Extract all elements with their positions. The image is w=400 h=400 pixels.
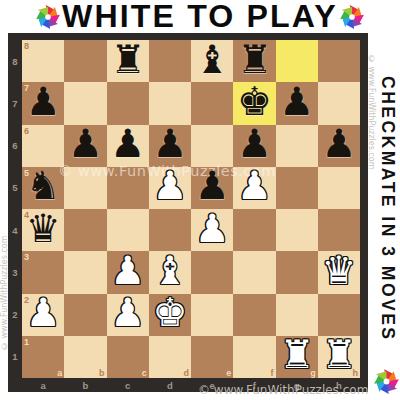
square-c6[interactable]: ♟ [107, 125, 149, 167]
square-f8[interactable]: ♜ [233, 40, 275, 82]
puzzle-pinwheel-icon [373, 368, 400, 395]
piece-black-king: ♚ [237, 81, 272, 123]
frame-file-label-a: a [22, 378, 64, 392]
piece-white-bishop: ♝ [152, 250, 187, 292]
frame-rank-label-1: 1 [8, 336, 22, 378]
piece-black-bishop: ♝ [195, 39, 230, 81]
square-h5[interactable] [318, 167, 360, 209]
square-f3[interactable] [233, 251, 275, 293]
piece-white-pawn: ♟ [110, 250, 145, 292]
square-a8[interactable]: 8 [22, 40, 64, 82]
frame-file-label-c: c [107, 378, 149, 392]
square-g8[interactable] [276, 40, 318, 82]
square-b5[interactable] [64, 167, 106, 209]
square-f2[interactable] [233, 294, 275, 336]
square-file-label: c [142, 368, 147, 378]
square-f6[interactable]: ♟ [233, 125, 275, 167]
square-h7[interactable] [318, 82, 360, 124]
page: WHITE TO PLAY 8♜♝♜7♟♚♟6♟♟♟♟♟5♞♟♟♟4♛♟3♟♝♛… [0, 0, 400, 400]
frame-file-label-f: f [233, 378, 275, 392]
frame-file-label-e: e [191, 378, 233, 392]
square-f4[interactable] [233, 209, 275, 251]
piece-white-pawn: ♟ [26, 292, 61, 334]
square-b8[interactable] [64, 40, 106, 82]
chess-board: 8♜♝♜7♟♚♟6♟♟♟♟♟5♞♟♟♟4♛♟3♟♝♛2♟♟♚1abcdefg♜h… [22, 40, 360, 378]
piece-white-rook: ♜ [321, 334, 356, 376]
square-d3[interactable]: ♝ [149, 251, 191, 293]
square-h3[interactable]: ♛ [318, 251, 360, 293]
square-e1[interactable]: e [191, 336, 233, 378]
frame-rank-label-7: 7 [8, 82, 22, 124]
frame-rank-label-2: 2 [8, 294, 22, 336]
square-a4[interactable]: 4♛ [22, 209, 64, 251]
square-h8[interactable] [318, 40, 360, 82]
piece-white-rook: ♜ [279, 334, 314, 376]
side-caption: CHECKMATE IN 3 MOVES [375, 40, 400, 378]
square-b2[interactable] [64, 294, 106, 336]
square-file-label: e [226, 368, 231, 378]
piece-black-pawn: ♟ [279, 81, 314, 123]
piece-white-pawn: ♟ [237, 165, 272, 207]
square-f5[interactable]: ♟ [233, 167, 275, 209]
square-h2[interactable] [318, 294, 360, 336]
square-file-label: d [184, 368, 190, 378]
square-g3[interactable] [276, 251, 318, 293]
square-e6[interactable] [191, 125, 233, 167]
square-h6[interactable]: ♟ [318, 125, 360, 167]
square-a2[interactable]: 2♟ [22, 294, 64, 336]
frame-file-label-d: d [149, 378, 191, 392]
piece-white-queen: ♛ [321, 250, 356, 292]
square-d7[interactable] [149, 82, 191, 124]
square-h1[interactable]: h♜ [318, 336, 360, 378]
square-d5[interactable]: ♟ [149, 167, 191, 209]
piece-black-pawn: ♟ [68, 123, 103, 165]
puzzle-pinwheel-icon [35, 4, 61, 30]
square-rank-label: 1 [24, 337, 29, 347]
square-c7[interactable] [107, 82, 149, 124]
square-e8[interactable]: ♝ [191, 40, 233, 82]
square-d8[interactable] [149, 40, 191, 82]
page-title: WHITE TO PLAY [62, 0, 338, 34]
square-h4[interactable] [318, 209, 360, 251]
square-a6[interactable]: 6 [22, 125, 64, 167]
square-file-label: f [271, 368, 274, 378]
frame-file-label-b: b [64, 378, 106, 392]
puzzle-pinwheel-icon [339, 4, 365, 30]
square-rank-label: 6 [24, 126, 29, 136]
frame-rank-label-8: 8 [8, 40, 22, 82]
piece-black-pawn: ♟ [195, 165, 230, 207]
square-c5[interactable] [107, 167, 149, 209]
square-b1[interactable]: b [64, 336, 106, 378]
square-e2[interactable] [191, 294, 233, 336]
frame-rank-label-5: 5 [8, 167, 22, 209]
piece-black-pawn: ♟ [26, 81, 61, 123]
title-bar: WHITE TO PLAY [0, 0, 400, 33]
frame-rank-label-4: 4 [8, 209, 22, 251]
square-e5[interactable]: ♟ [191, 167, 233, 209]
frame-file-label-h: h [318, 378, 360, 392]
piece-black-knight: ♞ [26, 165, 61, 207]
piece-black-pawn: ♟ [110, 123, 145, 165]
square-b4[interactable] [64, 209, 106, 251]
square-c3[interactable]: ♟ [107, 251, 149, 293]
piece-black-queen: ♛ [26, 208, 61, 250]
piece-black-rook: ♜ [110, 39, 145, 81]
square-c8[interactable]: ♜ [107, 40, 149, 82]
square-e3[interactable] [191, 251, 233, 293]
frame-rank-label-3: 3 [8, 251, 22, 293]
piece-black-pawn: ♟ [321, 123, 356, 165]
square-g7[interactable]: ♟ [276, 82, 318, 124]
square-rank-label: 3 [24, 252, 29, 262]
square-e7[interactable] [191, 82, 233, 124]
piece-black-pawn: ♟ [237, 123, 272, 165]
square-b7[interactable] [64, 82, 106, 124]
square-g6[interactable] [276, 125, 318, 167]
square-g5[interactable] [276, 167, 318, 209]
square-a3[interactable]: 3 [22, 251, 64, 293]
square-c2[interactable]: ♟ [107, 294, 149, 336]
square-g1[interactable]: g♜ [276, 336, 318, 378]
square-g2[interactable] [276, 294, 318, 336]
square-file-label: b [99, 368, 105, 378]
piece-white-pawn: ♟ [110, 292, 145, 334]
square-d4[interactable] [149, 209, 191, 251]
square-rank-label: 8 [24, 41, 29, 51]
square-d2[interactable]: ♚ [149, 294, 191, 336]
square-b6[interactable]: ♟ [64, 125, 106, 167]
square-g4[interactable] [276, 209, 318, 251]
square-d6[interactable]: ♟ [149, 125, 191, 167]
square-c4[interactable] [107, 209, 149, 251]
frame-rank-label-6: 6 [8, 125, 22, 167]
piece-white-king: ♚ [152, 292, 187, 334]
square-b3[interactable] [64, 251, 106, 293]
frame-file-label-g: g [276, 378, 318, 392]
square-f7[interactable]: ♚ [233, 82, 275, 124]
square-e4[interactable]: ♟ [191, 209, 233, 251]
piece-white-pawn: ♟ [152, 165, 187, 207]
piece-white-pawn: ♟ [195, 208, 230, 250]
square-a7[interactable]: 7♟ [22, 82, 64, 124]
square-c1[interactable]: c [107, 336, 149, 378]
square-d1[interactable]: d [149, 336, 191, 378]
square-file-label: a [57, 368, 62, 378]
square-a5[interactable]: 5♞ [22, 167, 64, 209]
piece-black-pawn: ♟ [152, 123, 187, 165]
square-a1[interactable]: 1a [22, 336, 64, 378]
piece-black-rook: ♜ [237, 39, 272, 81]
square-f1[interactable]: f [233, 336, 275, 378]
